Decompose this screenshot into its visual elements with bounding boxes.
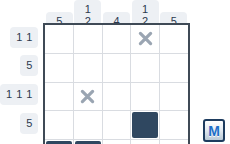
cell-r2c2[interactable] xyxy=(74,54,102,82)
cell-r2c1[interactable] xyxy=(45,54,73,82)
row-clue-slot-3: 111 xyxy=(0,80,41,109)
cell-r1c2[interactable] xyxy=(74,25,102,53)
column-clues: 5124125 xyxy=(45,0,188,22)
filled-block xyxy=(132,112,158,138)
filled-block xyxy=(75,141,101,144)
row-clue-slot-4: 5 xyxy=(0,109,41,138)
cell-r1c4[interactable] xyxy=(131,25,159,53)
clue-number: 1 xyxy=(16,32,22,43)
cell-r2c5[interactable] xyxy=(160,54,188,82)
row-clue-4: 5 xyxy=(20,113,38,134)
cell-r1c5[interactable] xyxy=(160,25,188,53)
clue-number: 1 xyxy=(142,4,148,15)
cross-icon xyxy=(137,30,154,47)
clue-number: 5 xyxy=(26,60,32,71)
clue-number: 1 xyxy=(26,32,32,43)
cell-r3c4[interactable] xyxy=(131,83,159,111)
row-clue-slot-5 xyxy=(0,137,41,144)
clue-number: 1 xyxy=(16,89,22,100)
cell-r5c2[interactable] xyxy=(74,140,102,144)
cell-r3c2[interactable] xyxy=(74,83,102,111)
minijuegos-logo[interactable]: M xyxy=(203,119,225,142)
puzzle-grid xyxy=(43,23,190,144)
cell-r1c1[interactable] xyxy=(45,25,73,53)
cell-r4c4[interactable] xyxy=(131,111,159,139)
cell-r4c2[interactable] xyxy=(74,111,102,139)
cell-r5c4[interactable] xyxy=(131,140,159,144)
cell-r1c3[interactable] xyxy=(103,25,131,53)
row-clues: 1151115 xyxy=(0,23,40,144)
row-clue-3: 111 xyxy=(0,84,38,105)
cell-r5c3[interactable] xyxy=(103,140,131,144)
cell-r3c1[interactable] xyxy=(45,83,73,111)
cell-r2c3[interactable] xyxy=(103,54,131,82)
cell-r5c1[interactable] xyxy=(45,140,73,144)
clue-number: 1 xyxy=(85,4,91,15)
row-clue-1: 11 xyxy=(10,27,38,48)
clue-number: 5 xyxy=(26,118,32,129)
cell-r4c3[interactable] xyxy=(103,111,131,139)
row-clue-2: 5 xyxy=(20,55,38,76)
cell-r2c4[interactable] xyxy=(131,54,159,82)
cross-icon xyxy=(79,88,96,105)
cell-r4c1[interactable] xyxy=(45,111,73,139)
cell-r5c5[interactable] xyxy=(160,140,188,144)
cell-r3c5[interactable] xyxy=(160,83,188,111)
cell-r4c5[interactable] xyxy=(160,111,188,139)
row-clue-slot-2: 5 xyxy=(0,52,41,81)
clue-number: 1 xyxy=(26,89,32,100)
cell-r3c3[interactable] xyxy=(103,83,131,111)
filled-block xyxy=(46,141,72,144)
clue-number: 1 xyxy=(6,89,12,100)
row-clue-slot-1: 11 xyxy=(0,23,41,52)
